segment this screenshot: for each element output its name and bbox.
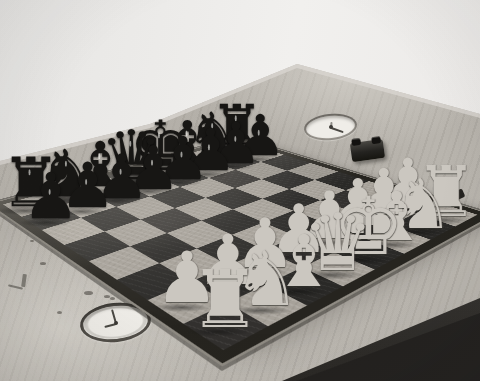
clock-center-pin (328, 125, 332, 129)
scene: ♜♞♝♛♚♝♞♜♟♟♟♟♟♟♟♟♟♟♟♟♟♟♟♟♜♞♝♛♚♝♞♜ (0, 0, 480, 381)
clock-center-pin (113, 320, 117, 324)
piece-white-rook[interactable]: ♜ (189, 260, 260, 339)
table-stain (30, 240, 34, 242)
piece-black-pawn[interactable]: ♟ (22, 165, 79, 228)
table-stain (57, 311, 62, 314)
table-stain (110, 297, 115, 300)
rook-icon: ♜ (189, 260, 260, 339)
clock-button-white[interactable] (351, 138, 361, 146)
specular-highlight (85, 179, 87, 185)
table-stain (40, 262, 46, 265)
pawn-icon: ♟ (22, 165, 79, 228)
table-stain (84, 291, 93, 295)
clock-button-black[interactable] (371, 136, 381, 144)
specular-highlight (151, 160, 153, 166)
